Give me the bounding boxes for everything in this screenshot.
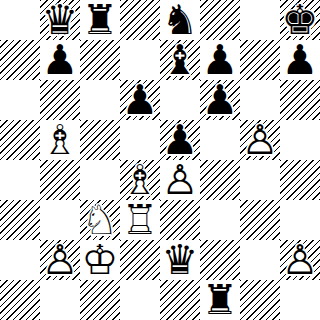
square-f6[interactable]: ♟	[200, 80, 240, 120]
square-e1[interactable]	[160, 280, 200, 320]
piece-glyph: ♙	[280, 240, 320, 280]
square-d5[interactable]	[120, 120, 160, 160]
piece-black-knight-e8[interactable]: ♞	[160, 0, 200, 40]
piece-glyph: ♟	[240, 120, 280, 160]
square-b7[interactable]: ♟	[40, 40, 80, 80]
piece-black-queen-e2[interactable]: ♛	[160, 240, 200, 280]
piece-glyph: ♘	[80, 200, 120, 240]
square-f2[interactable]	[200, 240, 240, 280]
piece-glyph: ♟	[160, 160, 200, 200]
square-a1[interactable]	[0, 280, 40, 320]
square-g2[interactable]	[240, 240, 280, 280]
piece-black-pawn-e5[interactable]: ♟	[160, 120, 200, 160]
square-b8[interactable]: ♛	[40, 0, 80, 40]
square-f8[interactable]	[200, 0, 240, 40]
piece-glyph: ♟	[40, 40, 80, 80]
piece-black-rook-c8[interactable]: ♜	[80, 0, 120, 40]
piece-black-rook-f1[interactable]: ♜	[200, 280, 240, 320]
square-f3[interactable]	[200, 200, 240, 240]
piece-glyph: ♟	[200, 80, 240, 120]
square-d6[interactable]: ♟	[120, 80, 160, 120]
piece-glyph: ♗	[120, 160, 160, 200]
square-b6[interactable]	[40, 80, 80, 120]
piece-white-knight-c3[interactable]: ♞♘	[80, 200, 120, 240]
square-e6[interactable]	[160, 80, 200, 120]
piece-glyph: ♟	[40, 240, 80, 280]
square-h6[interactable]	[280, 80, 320, 120]
square-d2[interactable]	[120, 240, 160, 280]
square-a4[interactable]	[0, 160, 40, 200]
square-h4[interactable]	[280, 160, 320, 200]
piece-glyph: ♞	[80, 200, 120, 240]
piece-white-pawn-b2[interactable]: ♟♙	[40, 240, 80, 280]
square-a6[interactable]	[0, 80, 40, 120]
square-c6[interactable]	[80, 80, 120, 120]
square-e7[interactable]: ♝	[160, 40, 200, 80]
piece-black-pawn-f7[interactable]: ♟	[200, 40, 240, 80]
square-f4[interactable]	[200, 160, 240, 200]
square-d3[interactable]: ♜♖	[120, 200, 160, 240]
square-e3[interactable]	[160, 200, 200, 240]
square-a3[interactable]	[0, 200, 40, 240]
square-c8[interactable]: ♜	[80, 0, 120, 40]
piece-black-pawn-f6[interactable]: ♟	[200, 80, 240, 120]
piece-black-queen-b8[interactable]: ♛	[40, 0, 80, 40]
square-h3[interactable]	[280, 200, 320, 240]
piece-glyph: ♝	[120, 160, 160, 200]
piece-black-pawn-d6[interactable]: ♟	[120, 80, 160, 120]
piece-glyph: ♞	[160, 0, 200, 40]
piece-glyph: ♜	[200, 280, 240, 320]
piece-glyph: ♜	[120, 200, 160, 240]
piece-black-pawn-h7[interactable]: ♟	[280, 40, 320, 80]
piece-glyph: ♛	[40, 0, 80, 40]
piece-glyph: ♝	[40, 120, 80, 160]
square-a7[interactable]	[0, 40, 40, 80]
square-f7[interactable]: ♟	[200, 40, 240, 80]
square-f1[interactable]: ♜	[200, 280, 240, 320]
piece-glyph: ♖	[120, 200, 160, 240]
piece-glyph: ♟	[160, 120, 200, 160]
piece-white-rook-d3[interactable]: ♜♖	[120, 200, 160, 240]
square-d1[interactable]	[120, 280, 160, 320]
piece-glyph: ♟	[280, 240, 320, 280]
square-g3[interactable]	[240, 200, 280, 240]
piece-glyph: ♚	[280, 0, 320, 40]
square-g7[interactable]	[240, 40, 280, 80]
piece-glyph: ♗	[40, 120, 80, 160]
piece-glyph: ♙	[240, 120, 280, 160]
square-h8[interactable]: ♚	[280, 0, 320, 40]
square-c3[interactable]: ♞♘	[80, 200, 120, 240]
piece-glyph: ♙	[160, 160, 200, 200]
piece-white-bishop-b5[interactable]: ♝♗	[40, 120, 80, 160]
square-a8[interactable]	[0, 0, 40, 40]
square-c1[interactable]	[80, 280, 120, 320]
square-e4[interactable]: ♟♙	[160, 160, 200, 200]
square-e2[interactable]: ♛	[160, 240, 200, 280]
square-e8[interactable]: ♞	[160, 0, 200, 40]
square-b1[interactable]	[40, 280, 80, 320]
square-a2[interactable]	[0, 240, 40, 280]
square-a5[interactable]	[0, 120, 40, 160]
square-h2[interactable]: ♟♙	[280, 240, 320, 280]
piece-white-pawn-g5[interactable]: ♟♙	[240, 120, 280, 160]
piece-glyph: ♛	[160, 240, 200, 280]
chess-diagram: ♛♜♞♚♟♝♟♟♟♟♝♗♟♟♙♝♗♟♙♞♘♜♖♟♙♚♔♛♟♙♜	[0, 0, 320, 320]
square-b5[interactable]: ♝♗	[40, 120, 80, 160]
square-h7[interactable]: ♟	[280, 40, 320, 80]
square-g6[interactable]	[240, 80, 280, 120]
piece-black-king-h8[interactable]: ♚	[280, 0, 320, 40]
piece-glyph: ♟	[280, 40, 320, 80]
piece-glyph: ♟	[120, 80, 160, 120]
square-c5[interactable]	[80, 120, 120, 160]
piece-glyph: ♙	[40, 240, 80, 280]
piece-white-pawn-e4[interactable]: ♟♙	[160, 160, 200, 200]
piece-white-pawn-h2[interactable]: ♟♙	[280, 240, 320, 280]
square-d8[interactable]	[120, 0, 160, 40]
square-c2[interactable]: ♚♔	[80, 240, 120, 280]
square-d4[interactable]: ♝♗	[120, 160, 160, 200]
piece-white-bishop-d4[interactable]: ♝♗	[120, 160, 160, 200]
piece-glyph: ♝	[160, 40, 200, 80]
piece-white-king-c2[interactable]: ♚♔	[80, 240, 120, 280]
piece-glyph: ♟	[200, 40, 240, 80]
square-b2[interactable]: ♟♙	[40, 240, 80, 280]
piece-glyph: ♜	[80, 0, 120, 40]
square-c4[interactable]	[80, 160, 120, 200]
square-b3[interactable]	[40, 200, 80, 240]
square-g8[interactable]	[240, 0, 280, 40]
piece-black-bishop-e7[interactable]: ♝	[160, 40, 200, 80]
square-b4[interactable]	[40, 160, 80, 200]
square-g5[interactable]: ♟♙	[240, 120, 280, 160]
square-g4[interactable]	[240, 160, 280, 200]
square-e5[interactable]: ♟	[160, 120, 200, 160]
chess-board: ♛♜♞♚♟♝♟♟♟♟♝♗♟♟♙♝♗♟♙♞♘♜♖♟♙♚♔♛♟♙♜	[0, 0, 320, 320]
piece-black-pawn-b7[interactable]: ♟	[40, 40, 80, 80]
square-d7[interactable]	[120, 40, 160, 80]
piece-glyph: ♚	[80, 240, 120, 280]
square-c7[interactable]	[80, 40, 120, 80]
square-g1[interactable]	[240, 280, 280, 320]
piece-glyph: ♔	[80, 240, 120, 280]
square-f5[interactable]	[200, 120, 240, 160]
square-h1[interactable]	[280, 280, 320, 320]
square-h5[interactable]	[280, 120, 320, 160]
